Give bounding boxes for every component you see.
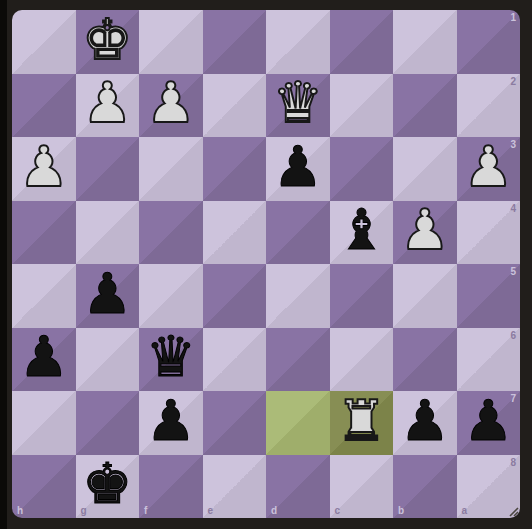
square-a1[interactable]: 1 <box>457 10 521 74</box>
piece-white-pawn[interactable]: ♟ <box>76 72 140 136</box>
square-e7[interactable] <box>203 391 267 455</box>
square-e8[interactable]: e <box>203 455 267 519</box>
piece-black-bishop[interactable]: ♝ <box>330 199 394 263</box>
square-f3[interactable] <box>139 137 203 201</box>
piece-white-queen[interactable]: ♛ <box>266 72 330 136</box>
window-edge-shadow <box>0 0 7 529</box>
file-label-b: b <box>398 505 404 516</box>
square-b6[interactable] <box>393 328 457 392</box>
resize-handle-icon[interactable] <box>505 503 519 517</box>
square-c8[interactable]: c <box>330 455 394 519</box>
rank-label-4: 4 <box>510 203 516 214</box>
square-d5[interactable] <box>266 264 330 328</box>
square-e1[interactable] <box>203 10 267 74</box>
square-e5[interactable] <box>203 264 267 328</box>
square-d4[interactable] <box>266 201 330 265</box>
square-a2[interactable]: 2 <box>457 74 521 138</box>
square-h7[interactable] <box>12 391 76 455</box>
file-label-c: c <box>335 505 341 516</box>
square-h4[interactable] <box>12 201 76 265</box>
square-e3[interactable] <box>203 137 267 201</box>
square-c7[interactable]: ♜ <box>330 391 394 455</box>
piece-white-pawn[interactable]: ♟ <box>393 199 457 263</box>
square-f6[interactable]: ♛ <box>139 328 203 392</box>
piece-black-pawn[interactable]: ♟ <box>12 326 76 390</box>
square-h8[interactable]: h <box>12 455 76 519</box>
square-d8[interactable]: d <box>266 455 330 519</box>
square-g1[interactable]: ♚ <box>76 10 140 74</box>
square-e6[interactable] <box>203 328 267 392</box>
square-b2[interactable] <box>393 74 457 138</box>
square-d2[interactable]: ♛ <box>266 74 330 138</box>
square-d1[interactable] <box>266 10 330 74</box>
piece-black-queen[interactable]: ♛ <box>139 326 203 390</box>
square-a6[interactable]: 6 <box>457 328 521 392</box>
square-a7[interactable]: ♟7 <box>457 391 521 455</box>
square-c4[interactable]: ♝ <box>330 201 394 265</box>
file-label-d: d <box>271 505 277 516</box>
square-d7[interactable] <box>266 391 330 455</box>
piece-white-pawn[interactable]: ♟ <box>12 135 76 199</box>
square-e2[interactable] <box>203 74 267 138</box>
file-label-e: e <box>208 505 214 516</box>
square-e4[interactable] <box>203 201 267 265</box>
square-c1[interactable] <box>330 10 394 74</box>
square-b8[interactable]: b <box>393 455 457 519</box>
square-g4[interactable] <box>76 201 140 265</box>
piece-white-rook[interactable]: ♜ <box>330 389 394 453</box>
square-g5[interactable]: ♟ <box>76 264 140 328</box>
square-a4[interactable]: 4 <box>457 201 521 265</box>
rank-label-2: 2 <box>510 76 516 87</box>
square-h2[interactable] <box>12 74 76 138</box>
square-h3[interactable]: ♟ <box>12 137 76 201</box>
file-label-h: h <box>17 505 23 516</box>
chess-board: ♚1♟♟♛2♟♟♟3♝♟4♟5♟♛6♟♜♟♟7h♚gfedcb8a <box>12 10 520 518</box>
square-d3[interactable]: ♟ <box>266 137 330 201</box>
square-f7[interactable]: ♟ <box>139 391 203 455</box>
file-label-f: f <box>144 505 147 516</box>
rank-label-8: 8 <box>510 457 516 468</box>
square-g2[interactable]: ♟ <box>76 74 140 138</box>
square-g7[interactable] <box>76 391 140 455</box>
square-b3[interactable] <box>393 137 457 201</box>
square-a5[interactable]: 5 <box>457 264 521 328</box>
piece-black-pawn[interactable]: ♟ <box>266 135 330 199</box>
square-c3[interactable] <box>330 137 394 201</box>
square-b4[interactable]: ♟ <box>393 201 457 265</box>
square-f4[interactable] <box>139 201 203 265</box>
piece-black-pawn[interactable]: ♟ <box>393 389 457 453</box>
square-c6[interactable] <box>330 328 394 392</box>
square-c5[interactable] <box>330 264 394 328</box>
piece-white-king[interactable]: ♚ <box>76 10 140 72</box>
square-g8[interactable]: ♚g <box>76 455 140 519</box>
square-f1[interactable] <box>139 10 203 74</box>
piece-black-pawn[interactable]: ♟ <box>76 262 140 326</box>
square-b1[interactable] <box>393 10 457 74</box>
square-a3[interactable]: ♟3 <box>457 137 521 201</box>
piece-black-pawn[interactable]: ♟ <box>457 389 521 453</box>
square-c2[interactable] <box>330 74 394 138</box>
square-h5[interactable] <box>12 264 76 328</box>
square-g3[interactable] <box>76 137 140 201</box>
square-b5[interactable] <box>393 264 457 328</box>
piece-white-pawn[interactable]: ♟ <box>139 72 203 136</box>
square-f8[interactable]: f <box>139 455 203 519</box>
square-h1[interactable] <box>12 10 76 74</box>
piece-black-king[interactable]: ♚ <box>76 453 140 517</box>
square-h6[interactable]: ♟ <box>12 328 76 392</box>
square-d6[interactable] <box>266 328 330 392</box>
rank-label-5: 5 <box>510 266 516 277</box>
piece-white-pawn[interactable]: ♟ <box>457 135 521 199</box>
square-f5[interactable] <box>139 264 203 328</box>
piece-black-pawn[interactable]: ♟ <box>139 389 203 453</box>
rank-label-1: 1 <box>510 12 516 23</box>
rank-label-6: 6 <box>510 330 516 341</box>
square-b7[interactable]: ♟ <box>393 391 457 455</box>
square-g6[interactable] <box>76 328 140 392</box>
file-label-a: a <box>462 505 468 516</box>
square-f2[interactable]: ♟ <box>139 74 203 138</box>
